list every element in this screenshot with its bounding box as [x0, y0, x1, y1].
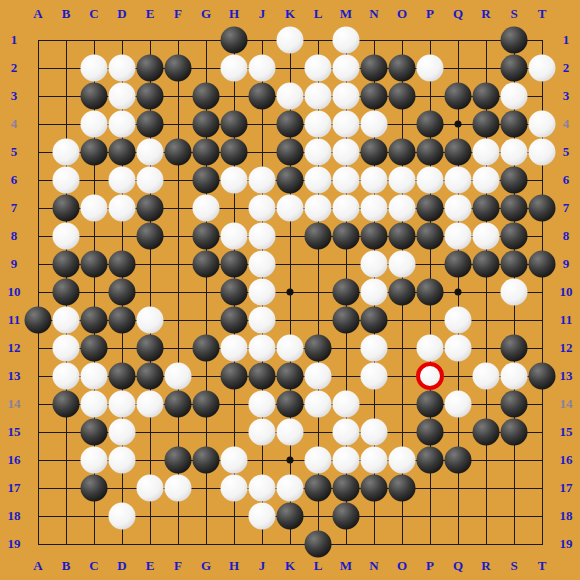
- black-stone-E8[interactable]: [137, 223, 164, 250]
- white-stone-K15[interactable]: [277, 419, 304, 446]
- row-label-left-16: 16: [8, 452, 21, 468]
- black-stone-L8[interactable]: [305, 223, 332, 250]
- white-stone-H8[interactable]: [221, 223, 248, 250]
- col-label-bottom-D: D: [117, 558, 126, 574]
- black-stone-S7[interactable]: [501, 195, 528, 222]
- white-stone-J8[interactable]: [249, 223, 276, 250]
- black-stone-K6[interactable]: [277, 167, 304, 194]
- white-stone-L14[interactable]: [305, 391, 332, 418]
- row-label-left-7: 7: [11, 200, 18, 216]
- white-stone-D16[interactable]: [109, 447, 136, 474]
- row-label-left-15: 15: [8, 424, 21, 440]
- white-stone-L4[interactable]: [305, 111, 332, 138]
- white-stone-L5[interactable]: [305, 139, 332, 166]
- row-label-left-5: 5: [11, 144, 18, 160]
- white-stone-J10[interactable]: [249, 279, 276, 306]
- black-stone-E4[interactable]: [137, 111, 164, 138]
- white-stone-J12[interactable]: [249, 335, 276, 362]
- black-stone-P8[interactable]: [417, 223, 444, 250]
- white-stone-E11[interactable]: [137, 307, 164, 334]
- white-stone-M14[interactable]: [333, 391, 360, 418]
- white-stone-G7[interactable]: [193, 195, 220, 222]
- black-stone-H4[interactable]: [221, 111, 248, 138]
- black-stone-M8[interactable]: [333, 223, 360, 250]
- white-stone-M7[interactable]: [333, 195, 360, 222]
- black-stone-P16[interactable]: [417, 447, 444, 474]
- black-stone-B9[interactable]: [53, 251, 80, 278]
- black-stone-C5[interactable]: [81, 139, 108, 166]
- black-stone-K13[interactable]: [277, 363, 304, 390]
- black-stone-H5[interactable]: [221, 139, 248, 166]
- white-stone-J17[interactable]: [249, 475, 276, 502]
- white-stone-N7[interactable]: [361, 195, 388, 222]
- black-stone-G8[interactable]: [193, 223, 220, 250]
- white-stone-M15[interactable]: [333, 419, 360, 446]
- col-label-bottom-M: M: [340, 558, 352, 574]
- black-stone-E12[interactable]: [137, 335, 164, 362]
- col-label-bottom-B: B: [62, 558, 71, 574]
- grid-hline-19: [38, 544, 543, 545]
- black-stone-B14[interactable]: [53, 391, 80, 418]
- row-label-left-9: 9: [11, 256, 18, 272]
- black-stone-K5[interactable]: [277, 139, 304, 166]
- black-stone-P10[interactable]: [417, 279, 444, 306]
- black-stone-S4[interactable]: [501, 111, 528, 138]
- row-label-right-10: 10: [560, 284, 573, 300]
- col-label-top-E: E: [146, 6, 155, 22]
- col-label-top-T: T: [538, 6, 547, 22]
- white-stone-H6[interactable]: [221, 167, 248, 194]
- white-stone-E5[interactable]: [137, 139, 164, 166]
- black-stone-F2[interactable]: [165, 55, 192, 82]
- black-stone-O10[interactable]: [389, 279, 416, 306]
- white-stone-B13[interactable]: [53, 363, 80, 390]
- col-label-bottom-F: F: [174, 558, 182, 574]
- white-stone-H17[interactable]: [221, 475, 248, 502]
- row-label-right-4: 4: [563, 116, 570, 132]
- white-stone-J11[interactable]: [249, 307, 276, 334]
- black-stone-D5[interactable]: [109, 139, 136, 166]
- row-label-right-7: 7: [563, 200, 570, 216]
- black-stone-D13[interactable]: [109, 363, 136, 390]
- col-label-top-P: P: [426, 6, 434, 22]
- black-stone-R9[interactable]: [473, 251, 500, 278]
- black-stone-G9[interactable]: [193, 251, 220, 278]
- black-stone-H9[interactable]: [221, 251, 248, 278]
- black-stone-S14[interactable]: [501, 391, 528, 418]
- black-stone-C12[interactable]: [81, 335, 108, 362]
- white-stone-P6[interactable]: [417, 167, 444, 194]
- black-stone-C3[interactable]: [81, 83, 108, 110]
- col-label-bottom-O: O: [397, 558, 407, 574]
- white-stone-N13[interactable]: [361, 363, 388, 390]
- black-stone-P5[interactable]: [417, 139, 444, 166]
- white-stone-H2[interactable]: [221, 55, 248, 82]
- white-stone-D2[interactable]: [109, 55, 136, 82]
- black-stone-K14[interactable]: [277, 391, 304, 418]
- black-stone-M17[interactable]: [333, 475, 360, 502]
- col-label-top-S: S: [510, 6, 517, 22]
- row-label-left-1: 1: [11, 32, 18, 48]
- col-label-top-B: B: [62, 6, 71, 22]
- white-stone-L2[interactable]: [305, 55, 332, 82]
- black-stone-E3[interactable]: [137, 83, 164, 110]
- white-stone-T5[interactable]: [529, 139, 556, 166]
- black-stone-F5[interactable]: [165, 139, 192, 166]
- black-stone-E13[interactable]: [137, 363, 164, 390]
- white-stone-K3[interactable]: [277, 83, 304, 110]
- black-stone-D9[interactable]: [109, 251, 136, 278]
- row-label-left-8: 8: [11, 228, 18, 244]
- black-stone-E2[interactable]: [137, 55, 164, 82]
- white-stone-C2[interactable]: [81, 55, 108, 82]
- black-stone-H13[interactable]: [221, 363, 248, 390]
- black-stone-N5[interactable]: [361, 139, 388, 166]
- row-label-left-17: 17: [8, 480, 21, 496]
- black-stone-N8[interactable]: [361, 223, 388, 250]
- white-stone-C16[interactable]: [81, 447, 108, 474]
- black-stone-S1[interactable]: [501, 27, 528, 54]
- black-stone-G16[interactable]: [193, 447, 220, 474]
- white-stone-S13[interactable]: [501, 363, 528, 390]
- black-stone-O3[interactable]: [389, 83, 416, 110]
- black-stone-R4[interactable]: [473, 111, 500, 138]
- black-stone-S6[interactable]: [501, 167, 528, 194]
- white-stone-Q12[interactable]: [445, 335, 472, 362]
- col-label-bottom-Q: Q: [453, 558, 463, 574]
- black-stone-N3[interactable]: [361, 83, 388, 110]
- col-label-bottom-G: G: [201, 558, 211, 574]
- white-stone-R5[interactable]: [473, 139, 500, 166]
- black-stone-D11[interactable]: [109, 307, 136, 334]
- white-stone-T2[interactable]: [529, 55, 556, 82]
- black-stone-G14[interactable]: [193, 391, 220, 418]
- white-stone-D18[interactable]: [109, 503, 136, 530]
- row-label-left-13: 13: [8, 368, 21, 384]
- white-stone-T4[interactable]: [529, 111, 556, 138]
- white-stone-Q8[interactable]: [445, 223, 472, 250]
- white-stone-O6[interactable]: [389, 167, 416, 194]
- row-label-left-3: 3: [11, 88, 18, 104]
- white-stone-J14[interactable]: [249, 391, 276, 418]
- go-board[interactable]: AABBCCDDEEFFGGHHJJKKLLMMNNOOPPQQRRSSTT11…: [0, 0, 580, 580]
- white-stone-D14[interactable]: [109, 391, 136, 418]
- black-stone-N2[interactable]: [361, 55, 388, 82]
- row-label-right-16: 16: [560, 452, 573, 468]
- white-stone-N4[interactable]: [361, 111, 388, 138]
- white-stone-B12[interactable]: [53, 335, 80, 362]
- row-label-left-11: 11: [8, 312, 20, 328]
- black-stone-G5[interactable]: [193, 139, 220, 166]
- white-stone-D4[interactable]: [109, 111, 136, 138]
- black-stone-M10[interactable]: [333, 279, 360, 306]
- white-stone-C4[interactable]: [81, 111, 108, 138]
- black-stone-G6[interactable]: [193, 167, 220, 194]
- white-stone-H12[interactable]: [221, 335, 248, 362]
- white-stone-K7[interactable]: [277, 195, 304, 222]
- row-label-right-2: 2: [563, 60, 570, 76]
- black-stone-N11[interactable]: [361, 307, 388, 334]
- row-label-left-2: 2: [11, 60, 18, 76]
- white-stone-Q7[interactable]: [445, 195, 472, 222]
- white-stone-R13[interactable]: [473, 363, 500, 390]
- black-stone-S8[interactable]: [501, 223, 528, 250]
- col-label-bottom-P: P: [426, 558, 434, 574]
- black-stone-M18[interactable]: [333, 503, 360, 530]
- col-label-bottom-L: L: [314, 558, 323, 574]
- white-stone-L3[interactable]: [305, 83, 332, 110]
- row-label-right-12: 12: [560, 340, 573, 356]
- col-label-top-D: D: [117, 6, 126, 22]
- col-label-top-O: O: [397, 6, 407, 22]
- star-point-K10: [287, 289, 294, 296]
- black-stone-C15[interactable]: [81, 419, 108, 446]
- white-stone-E14[interactable]: [137, 391, 164, 418]
- black-stone-P15[interactable]: [417, 419, 444, 446]
- black-stone-Q16[interactable]: [445, 447, 472, 474]
- black-stone-M11[interactable]: [333, 307, 360, 334]
- row-label-left-12: 12: [8, 340, 21, 356]
- white-stone-Q14[interactable]: [445, 391, 472, 418]
- black-stone-Q9[interactable]: [445, 251, 472, 278]
- black-stone-S15[interactable]: [501, 419, 528, 446]
- row-label-right-9: 9: [563, 256, 570, 272]
- white-stone-C13[interactable]: [81, 363, 108, 390]
- row-label-left-19: 19: [8, 536, 21, 552]
- white-stone-F13[interactable]: [165, 363, 192, 390]
- col-label-top-J: J: [259, 6, 266, 22]
- col-label-bottom-S: S: [510, 558, 517, 574]
- white-stone-K1[interactable]: [277, 27, 304, 54]
- black-stone-N17[interactable]: [361, 475, 388, 502]
- white-stone-F17[interactable]: [165, 475, 192, 502]
- col-label-top-H: H: [229, 6, 239, 22]
- row-label-right-11: 11: [560, 312, 572, 328]
- white-stone-J18[interactable]: [249, 503, 276, 530]
- row-label-right-18: 18: [560, 508, 573, 524]
- white-stone-M16[interactable]: [333, 447, 360, 474]
- white-stone-H16[interactable]: [221, 447, 248, 474]
- white-stone-E17[interactable]: [137, 475, 164, 502]
- white-stone-M2[interactable]: [333, 55, 360, 82]
- black-stone-J13[interactable]: [249, 363, 276, 390]
- col-label-bottom-K: K: [285, 558, 295, 574]
- black-stone-H11[interactable]: [221, 307, 248, 334]
- black-stone-S12[interactable]: [501, 335, 528, 362]
- white-stone-C14[interactable]: [81, 391, 108, 418]
- white-stone-M3[interactable]: [333, 83, 360, 110]
- white-stone-M5[interactable]: [333, 139, 360, 166]
- row-label-left-6: 6: [11, 172, 18, 188]
- black-stone-H1[interactable]: [221, 27, 248, 54]
- black-stone-G3[interactable]: [193, 83, 220, 110]
- black-stone-C9[interactable]: [81, 251, 108, 278]
- black-stone-R3[interactable]: [473, 83, 500, 110]
- white-stone-P12[interactable]: [417, 335, 444, 362]
- black-stone-R7[interactable]: [473, 195, 500, 222]
- black-stone-P7[interactable]: [417, 195, 444, 222]
- row-label-right-6: 6: [563, 172, 570, 188]
- star-point-Q4: [455, 121, 462, 128]
- white-stone-N10[interactable]: [361, 279, 388, 306]
- white-stone-O7[interactable]: [389, 195, 416, 222]
- row-label-right-3: 3: [563, 88, 570, 104]
- col-label-bottom-A: A: [33, 558, 42, 574]
- col-label-top-R: R: [481, 6, 490, 22]
- black-stone-D10[interactable]: [109, 279, 136, 306]
- col-label-top-C: C: [89, 6, 98, 22]
- black-stone-L12[interactable]: [305, 335, 332, 362]
- white-stone-P2[interactable]: [417, 55, 444, 82]
- black-stone-B10[interactable]: [53, 279, 80, 306]
- row-label-right-13: 13: [560, 368, 573, 384]
- col-label-bottom-E: E: [146, 558, 155, 574]
- row-label-left-18: 18: [8, 508, 21, 524]
- white-stone-B8[interactable]: [53, 223, 80, 250]
- row-label-left-10: 10: [8, 284, 21, 300]
- white-stone-L7[interactable]: [305, 195, 332, 222]
- black-stone-T13[interactable]: [529, 363, 556, 390]
- white-stone-N6[interactable]: [361, 167, 388, 194]
- white-stone-B6[interactable]: [53, 167, 80, 194]
- row-label-right-1: 1: [563, 32, 570, 48]
- black-stone-S2[interactable]: [501, 55, 528, 82]
- white-stone-B11[interactable]: [53, 307, 80, 334]
- white-stone-Q11[interactable]: [445, 307, 472, 334]
- black-stone-L17[interactable]: [305, 475, 332, 502]
- white-stone-R8[interactable]: [473, 223, 500, 250]
- white-stone-C7[interactable]: [81, 195, 108, 222]
- row-label-right-19: 19: [560, 536, 573, 552]
- black-stone-O2[interactable]: [389, 55, 416, 82]
- white-stone-D6[interactable]: [109, 167, 136, 194]
- white-stone-M6[interactable]: [333, 167, 360, 194]
- black-stone-P14[interactable]: [417, 391, 444, 418]
- row-label-right-15: 15: [560, 424, 573, 440]
- black-stone-G12[interactable]: [193, 335, 220, 362]
- black-stone-O5[interactable]: [389, 139, 416, 166]
- col-label-bottom-T: T: [538, 558, 547, 574]
- black-stone-P4[interactable]: [417, 111, 444, 138]
- black-stone-J3[interactable]: [249, 83, 276, 110]
- white-stone-N15[interactable]: [361, 419, 388, 446]
- white-stone-D3[interactable]: [109, 83, 136, 110]
- black-stone-F14[interactable]: [165, 391, 192, 418]
- row-label-right-5: 5: [563, 144, 570, 160]
- white-stone-J15[interactable]: [249, 419, 276, 446]
- col-label-top-G: G: [201, 6, 211, 22]
- white-stone-D15[interactable]: [109, 419, 136, 446]
- row-label-right-14: 14: [560, 396, 573, 412]
- row-label-left-4: 4: [11, 116, 18, 132]
- white-stone-L6[interactable]: [305, 167, 332, 194]
- black-stone-L19[interactable]: [305, 531, 332, 558]
- col-label-bottom-H: H: [229, 558, 239, 574]
- white-stone-M1[interactable]: [333, 27, 360, 54]
- black-stone-C17[interactable]: [81, 475, 108, 502]
- white-stone-K12[interactable]: [277, 335, 304, 362]
- col-label-top-F: F: [174, 6, 182, 22]
- white-stone-K17[interactable]: [277, 475, 304, 502]
- black-stone-H10[interactable]: [221, 279, 248, 306]
- black-stone-G4[interactable]: [193, 111, 220, 138]
- row-label-right-17: 17: [560, 480, 573, 496]
- col-label-top-N: N: [369, 6, 378, 22]
- white-stone-R6[interactable]: [473, 167, 500, 194]
- col-label-bottom-C: C: [89, 558, 98, 574]
- black-stone-S9[interactable]: [501, 251, 528, 278]
- black-stone-O8[interactable]: [389, 223, 416, 250]
- white-stone-N16[interactable]: [361, 447, 388, 474]
- row-label-left-14: 14: [8, 396, 21, 412]
- white-stone-L16[interactable]: [305, 447, 332, 474]
- white-stone-N9[interactable]: [361, 251, 388, 278]
- star-point-K16: [287, 457, 294, 464]
- white-stone-O9[interactable]: [389, 251, 416, 278]
- white-stone-Q6[interactable]: [445, 167, 472, 194]
- col-label-top-Q: Q: [453, 6, 463, 22]
- black-stone-F16[interactable]: [165, 447, 192, 474]
- col-label-bottom-J: J: [259, 558, 266, 574]
- col-label-top-K: K: [285, 6, 295, 22]
- white-stone-D7[interactable]: [109, 195, 136, 222]
- black-stone-Q5[interactable]: [445, 139, 472, 166]
- col-label-bottom-R: R: [481, 558, 490, 574]
- row-label-right-8: 8: [563, 228, 570, 244]
- white-stone-J9[interactable]: [249, 251, 276, 278]
- white-stone-S10[interactable]: [501, 279, 528, 306]
- white-stone-L13[interactable]: [305, 363, 332, 390]
- col-label-top-A: A: [33, 6, 42, 22]
- col-label-bottom-N: N: [369, 558, 378, 574]
- white-stone-J2[interactable]: [249, 55, 276, 82]
- white-stone-O16[interactable]: [389, 447, 416, 474]
- white-stone-M4[interactable]: [333, 111, 360, 138]
- col-label-top-M: M: [340, 6, 352, 22]
- white-stone-N12[interactable]: [361, 335, 388, 362]
- white-stone-S5[interactable]: [501, 139, 528, 166]
- white-stone-S3[interactable]: [501, 83, 528, 110]
- black-stone-T7[interactable]: [529, 195, 556, 222]
- black-stone-O17[interactable]: [389, 475, 416, 502]
- white-stone-E6[interactable]: [137, 167, 164, 194]
- black-stone-K18[interactable]: [277, 503, 304, 530]
- last-move-marker-P13: [416, 362, 444, 390]
- black-stone-K4[interactable]: [277, 111, 304, 138]
- black-stone-B7[interactable]: [53, 195, 80, 222]
- black-stone-Q3[interactable]: [445, 83, 472, 110]
- white-stone-B5[interactable]: [53, 139, 80, 166]
- white-stone-J7[interactable]: [249, 195, 276, 222]
- white-stone-J6[interactable]: [249, 167, 276, 194]
- black-stone-A11[interactable]: [25, 307, 52, 334]
- black-stone-C11[interactable]: [81, 307, 108, 334]
- star-point-Q10: [455, 289, 462, 296]
- black-stone-R15[interactable]: [473, 419, 500, 446]
- black-stone-E7[interactable]: [137, 195, 164, 222]
- col-label-top-L: L: [314, 6, 323, 22]
- black-stone-T9[interactable]: [529, 251, 556, 278]
